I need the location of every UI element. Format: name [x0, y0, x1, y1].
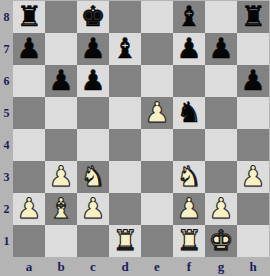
square-b2[interactable]: ♝ [45, 193, 77, 225]
black-pawn[interactable]: ♟ [48, 65, 73, 97]
square-e1[interactable] [141, 225, 173, 257]
square-e2[interactable] [141, 193, 173, 225]
square-h6[interactable]: ♟ [237, 65, 269, 97]
file-label-g: g [205, 257, 237, 276]
square-c6[interactable]: ♟ [77, 65, 109, 97]
square-f5[interactable]: ♞ [173, 97, 205, 129]
square-g3[interactable] [205, 161, 237, 193]
square-a8[interactable]: ♜ [13, 1, 45, 33]
square-h4[interactable] [237, 129, 269, 161]
square-a2[interactable]: ♟ [13, 193, 45, 225]
white-bishop[interactable]: ♝ [48, 193, 73, 225]
white-pawn[interactable]: ♟ [176, 193, 201, 225]
square-d3[interactable] [109, 161, 141, 193]
file-label-d: d [109, 257, 141, 276]
square-e5[interactable]: ♟ [141, 97, 173, 129]
square-c3[interactable]: ♞ [77, 161, 109, 193]
white-pawn[interactable]: ♟ [48, 161, 73, 193]
square-e8[interactable] [141, 1, 173, 33]
square-e3[interactable] [141, 161, 173, 193]
square-c7[interactable]: ♟ [77, 33, 109, 65]
white-knight[interactable]: ♞ [176, 161, 201, 193]
black-pawn[interactable]: ♟ [240, 65, 265, 97]
white-pawn[interactable]: ♟ [16, 193, 41, 225]
square-b7[interactable] [45, 33, 77, 65]
rank-label-1: 1 [0, 225, 13, 257]
black-king[interactable]: ♚ [80, 1, 105, 33]
square-g4[interactable] [205, 129, 237, 161]
square-b8[interactable] [45, 1, 77, 33]
square-h7[interactable] [237, 33, 269, 65]
square-b6[interactable]: ♟ [45, 65, 77, 97]
white-pawn[interactable]: ♟ [208, 193, 233, 225]
white-king[interactable]: ♚ [208, 225, 233, 257]
rank-label-7: 7 [0, 33, 13, 65]
square-a1[interactable] [13, 225, 45, 257]
square-c1[interactable] [77, 225, 109, 257]
file-label-b: b [45, 257, 77, 276]
square-f1[interactable]: ♜ [173, 225, 205, 257]
chess-board: ♜♚♝♜♟♟♝♟♟♟♟♟♟♞♟♞♞♟♟♝♟♟♟♜♜♚ [13, 1, 269, 257]
square-h5[interactable] [237, 97, 269, 129]
square-h8[interactable]: ♜ [237, 1, 269, 33]
square-f4[interactable] [173, 129, 205, 161]
square-d7[interactable]: ♝ [109, 33, 141, 65]
white-pawn[interactable]: ♟ [240, 161, 265, 193]
black-rook[interactable]: ♜ [240, 1, 265, 33]
white-pawn[interactable]: ♟ [144, 97, 169, 129]
square-d1[interactable]: ♜ [109, 225, 141, 257]
square-a7[interactable]: ♟ [13, 33, 45, 65]
black-pawn[interactable]: ♟ [16, 33, 41, 65]
square-g2[interactable]: ♟ [205, 193, 237, 225]
file-label-h: h [237, 257, 269, 276]
square-e4[interactable] [141, 129, 173, 161]
square-c5[interactable] [77, 97, 109, 129]
square-h3[interactable]: ♟ [237, 161, 269, 193]
square-g1[interactable]: ♚ [205, 225, 237, 257]
file-label-e: e [141, 257, 173, 276]
rank-label-2: 2 [0, 193, 13, 225]
square-h2[interactable] [237, 193, 269, 225]
square-b1[interactable] [45, 225, 77, 257]
square-b3[interactable]: ♟ [45, 161, 77, 193]
square-g6[interactable] [205, 65, 237, 97]
square-a4[interactable] [13, 129, 45, 161]
square-b4[interactable] [45, 129, 77, 161]
square-f2[interactable]: ♟ [173, 193, 205, 225]
square-d2[interactable] [109, 193, 141, 225]
square-f3[interactable]: ♞ [173, 161, 205, 193]
square-e7[interactable] [141, 33, 173, 65]
square-d6[interactable] [109, 65, 141, 97]
black-bishop[interactable]: ♝ [112, 33, 137, 65]
black-pawn[interactable]: ♟ [208, 33, 233, 65]
white-pawn[interactable]: ♟ [80, 193, 105, 225]
rank-label-5: 5 [0, 97, 13, 129]
square-c4[interactable] [77, 129, 109, 161]
square-g5[interactable] [205, 97, 237, 129]
black-bishop[interactable]: ♝ [176, 1, 201, 33]
rank-label-8: 8 [0, 1, 13, 33]
file-label-f: f [173, 257, 205, 276]
square-f7[interactable]: ♟ [173, 33, 205, 65]
square-f8[interactable]: ♝ [173, 1, 205, 33]
file-label-c: c [77, 257, 109, 276]
square-a6[interactable] [13, 65, 45, 97]
square-e6[interactable] [141, 65, 173, 97]
rank-label-4: 4 [0, 129, 13, 161]
square-c2[interactable]: ♟ [77, 193, 109, 225]
square-a5[interactable] [13, 97, 45, 129]
white-rook[interactable]: ♜ [176, 225, 201, 257]
square-a3[interactable] [13, 161, 45, 193]
square-d8[interactable] [109, 1, 141, 33]
square-c8[interactable]: ♚ [77, 1, 109, 33]
white-knight[interactable]: ♞ [80, 161, 105, 193]
rank-label-3: 3 [0, 161, 13, 193]
file-label-a: a [13, 257, 45, 276]
chess-diagram: 87654321 ♜♚♝♜♟♟♝♟♟♟♟♟♟♞♟♞♞♟♟♝♟♟♟♜♜♚ abcd… [0, 0, 270, 276]
square-g7[interactable]: ♟ [205, 33, 237, 65]
rank-label-6: 6 [0, 65, 13, 97]
white-rook[interactable]: ♜ [112, 225, 137, 257]
black-pawn[interactable]: ♟ [80, 33, 105, 65]
square-h1[interactable] [237, 225, 269, 257]
square-d4[interactable] [109, 129, 141, 161]
file-labels: abcdefgh [13, 257, 269, 276]
square-b5[interactable] [45, 97, 77, 129]
rank-labels: 87654321 [0, 1, 13, 257]
black-pawn[interactable]: ♟ [176, 33, 201, 65]
square-g8[interactable] [205, 1, 237, 33]
black-rook[interactable]: ♜ [16, 1, 41, 33]
black-pawn[interactable]: ♟ [80, 65, 105, 97]
black-knight[interactable]: ♞ [176, 97, 201, 129]
square-f6[interactable] [173, 65, 205, 97]
square-d5[interactable] [109, 97, 141, 129]
